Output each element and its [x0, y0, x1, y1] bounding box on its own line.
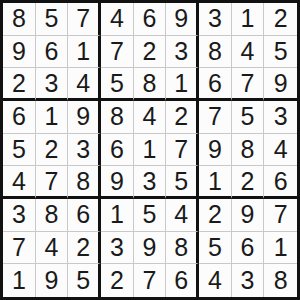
sudoku-cell-r7c3[interactable]: 6: [68, 199, 101, 232]
sudoku-cell-r1c1[interactable]: 8: [3, 3, 36, 36]
sudoku-cell-r5c9[interactable]: 4: [264, 134, 297, 167]
sudoku-cell-r1c8[interactable]: 1: [232, 3, 265, 36]
sudoku-cell-r4c6[interactable]: 2: [166, 101, 199, 134]
sudoku-cell-r3c3[interactable]: 4: [68, 68, 101, 101]
sudoku-cell-r9c2[interactable]: 9: [36, 264, 69, 297]
sudoku-cell-r4c8[interactable]: 5: [232, 101, 265, 134]
sudoku-cell-r1c3[interactable]: 7: [68, 3, 101, 36]
sudoku-cell-r9c7[interactable]: 4: [199, 264, 232, 297]
sudoku-cell-r2c2[interactable]: 6: [36, 36, 69, 69]
sudoku-cell-r1c5[interactable]: 6: [134, 3, 167, 36]
sudoku-cell-r4c5[interactable]: 4: [134, 101, 167, 134]
sudoku-cell-r1c6[interactable]: 9: [166, 3, 199, 36]
sudoku-cell-r7c4[interactable]: 1: [101, 199, 134, 232]
sudoku-cell-r4c2[interactable]: 1: [36, 101, 69, 134]
sudoku-cell-r2c3[interactable]: 1: [68, 36, 101, 69]
sudoku-cell-r2c6[interactable]: 3: [166, 36, 199, 69]
sudoku-cell-r3c2[interactable]: 3: [36, 68, 69, 101]
sudoku-cell-r3c9[interactable]: 9: [264, 68, 297, 101]
sudoku-cell-r8c8[interactable]: 6: [232, 232, 265, 265]
sudoku-cell-r7c7[interactable]: 2: [199, 199, 232, 232]
sudoku-cell-r2c8[interactable]: 4: [232, 36, 265, 69]
sudoku-cell-r1c2[interactable]: 5: [36, 3, 69, 36]
sudoku-cell-r8c7[interactable]: 5: [199, 232, 232, 265]
sudoku-cell-r3c8[interactable]: 7: [232, 68, 265, 101]
sudoku-cell-r6c3[interactable]: 8: [68, 166, 101, 199]
sudoku-cell-r2c5[interactable]: 2: [134, 36, 167, 69]
sudoku-cell-r8c1[interactable]: 7: [3, 232, 36, 265]
sudoku-cell-r1c7[interactable]: 3: [199, 3, 232, 36]
sudoku-cell-r8c5[interactable]: 9: [134, 232, 167, 265]
sudoku-cell-r4c7[interactable]: 7: [199, 101, 232, 134]
sudoku-cell-r6c6[interactable]: 5: [166, 166, 199, 199]
sudoku-cell-r6c9[interactable]: 6: [264, 166, 297, 199]
sudoku-cell-r8c2[interactable]: 4: [36, 232, 69, 265]
sudoku-cell-r5c2[interactable]: 2: [36, 134, 69, 167]
sudoku-cell-r7c1[interactable]: 3: [3, 199, 36, 232]
sudoku-cell-r6c8[interactable]: 2: [232, 166, 265, 199]
sudoku-cell-r3c4[interactable]: 5: [101, 68, 134, 101]
sudoku-cell-r3c1[interactable]: 2: [3, 68, 36, 101]
sudoku-cell-r5c7[interactable]: 9: [199, 134, 232, 167]
sudoku-cell-r9c3[interactable]: 5: [68, 264, 101, 297]
sudoku-cell-r8c3[interactable]: 2: [68, 232, 101, 265]
sudoku-cell-r8c4[interactable]: 3: [101, 232, 134, 265]
sudoku-cell-r6c4[interactable]: 9: [101, 166, 134, 199]
sudoku-cell-r9c4[interactable]: 2: [101, 264, 134, 297]
sudoku-cell-r9c8[interactable]: 3: [232, 264, 265, 297]
sudoku-cell-r3c6[interactable]: 1: [166, 68, 199, 101]
sudoku-cell-r8c6[interactable]: 8: [166, 232, 199, 265]
sudoku-cell-r6c2[interactable]: 7: [36, 166, 69, 199]
sudoku-cell-r7c5[interactable]: 5: [134, 199, 167, 232]
sudoku-cell-r6c1[interactable]: 4: [3, 166, 36, 199]
sudoku-cell-r1c4[interactable]: 4: [101, 3, 134, 36]
sudoku-cell-r4c1[interactable]: 6: [3, 101, 36, 134]
sudoku-cell-r5c5[interactable]: 1: [134, 134, 167, 167]
sudoku-cell-r5c6[interactable]: 7: [166, 134, 199, 167]
sudoku-cell-r5c8[interactable]: 8: [232, 134, 265, 167]
sudoku-cell-r4c9[interactable]: 3: [264, 101, 297, 134]
sudoku-cell-r1c9[interactable]: 2: [264, 3, 297, 36]
sudoku-cell-r2c9[interactable]: 5: [264, 36, 297, 69]
sudoku-cell-r2c7[interactable]: 8: [199, 36, 232, 69]
sudoku-cell-r6c7[interactable]: 1: [199, 166, 232, 199]
sudoku-cell-r7c8[interactable]: 9: [232, 199, 265, 232]
sudoku-cell-r4c4[interactable]: 8: [101, 101, 134, 134]
sudoku-cell-r7c9[interactable]: 7: [264, 199, 297, 232]
sudoku-cell-r5c4[interactable]: 6: [101, 134, 134, 167]
sudoku-cell-r3c5[interactable]: 8: [134, 68, 167, 101]
sudoku-cell-r7c6[interactable]: 4: [166, 199, 199, 232]
sudoku-cell-r9c1[interactable]: 1: [3, 264, 36, 297]
sudoku-cell-r8c9[interactable]: 1: [264, 232, 297, 265]
sudoku-cell-r9c6[interactable]: 6: [166, 264, 199, 297]
sudoku-cell-r5c3[interactable]: 3: [68, 134, 101, 167]
sudoku-cell-r9c9[interactable]: 8: [264, 264, 297, 297]
sudoku-cell-r3c7[interactable]: 6: [199, 68, 232, 101]
sudoku-cell-r4c3[interactable]: 9: [68, 101, 101, 134]
sudoku-board: 8574693129617238452345816796198427535236…: [0, 0, 300, 300]
sudoku-cell-r5c1[interactable]: 5: [3, 134, 36, 167]
sudoku-cell-r9c5[interactable]: 7: [134, 264, 167, 297]
sudoku-cell-r2c4[interactable]: 7: [101, 36, 134, 69]
sudoku-cell-r6c5[interactable]: 3: [134, 166, 167, 199]
sudoku-cell-r7c2[interactable]: 8: [36, 199, 69, 232]
sudoku-cell-r2c1[interactable]: 9: [3, 36, 36, 69]
